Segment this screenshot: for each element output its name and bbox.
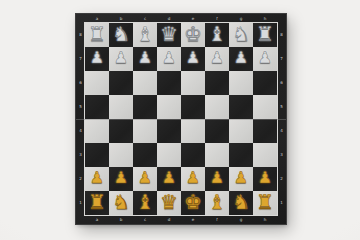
rank-label-right-2: 2 xyxy=(280,177,283,181)
piece-gold-rook-h1[interactable]: ♜ xyxy=(256,192,274,212)
piece-gold-queen-d1[interactable]: ♛ xyxy=(160,192,178,212)
square-h4[interactable] xyxy=(253,119,277,143)
square-c6[interactable] xyxy=(133,71,157,95)
piece-gold-pawn-d2[interactable]: ♟ xyxy=(162,170,176,186)
file-label-top-b: b xyxy=(120,17,123,21)
square-h3[interactable] xyxy=(253,143,277,167)
rank-label-right-7: 7 xyxy=(280,57,283,61)
square-f2[interactable]: ♟ xyxy=(205,167,229,191)
file-label-bottom-d: d xyxy=(168,218,171,222)
square-b7[interactable]: ♟ xyxy=(109,47,133,71)
rank-label-right-5: 5 xyxy=(280,105,283,109)
piece-silver-queen-d8[interactable]: ♛ xyxy=(160,24,178,44)
square-h2[interactable]: ♟ xyxy=(253,167,277,191)
board-fold-seam xyxy=(76,119,286,120)
square-g6[interactable] xyxy=(229,71,253,95)
square-e6[interactable] xyxy=(181,71,205,95)
square-f8[interactable]: ♝ xyxy=(205,23,229,47)
file-label-top-e: e xyxy=(192,17,194,21)
file-label-bottom-e: e xyxy=(192,218,194,222)
file-label-top-g: g xyxy=(240,17,243,21)
square-c4[interactable] xyxy=(133,119,157,143)
square-d5[interactable] xyxy=(157,95,181,119)
piece-gold-pawn-g2[interactable]: ♟ xyxy=(234,170,248,186)
rank-label-left-2: 2 xyxy=(79,177,82,181)
rank-label-left-6: 6 xyxy=(79,81,82,85)
file-label-bottom-b: b xyxy=(120,218,123,222)
square-b5[interactable] xyxy=(109,95,133,119)
piece-gold-pawn-a2[interactable]: ♟ xyxy=(90,170,104,186)
square-g4[interactable] xyxy=(229,119,253,143)
square-h7[interactable]: ♟ xyxy=(253,47,277,71)
piece-gold-bishop-f1[interactable]: ♝ xyxy=(208,192,226,212)
file-label-bottom-g: g xyxy=(240,218,243,222)
square-a2[interactable]: ♟ xyxy=(85,167,109,191)
square-e1[interactable]: ♚ xyxy=(181,191,205,215)
file-label-bottom-a: a xyxy=(96,218,98,222)
square-f1[interactable]: ♝ xyxy=(205,191,229,215)
rank-label-left-1: 1 xyxy=(79,201,82,205)
file-label-top-d: d xyxy=(168,17,171,21)
rank-label-left-7: 7 xyxy=(79,57,82,61)
square-d8[interactable]: ♛ xyxy=(157,23,181,47)
square-f5[interactable] xyxy=(205,95,229,119)
photo-background: ♜♞♝♛♚♝♞♜♟♟♟♟♟♟♟♟♟♟♟♟♟♟♟♟♜♞♝♛♚♝♞♜ aabbccd… xyxy=(0,0,360,240)
file-label-bottom-f: f xyxy=(216,218,217,222)
square-h6[interactable] xyxy=(253,71,277,95)
square-a1[interactable]: ♜ xyxy=(85,191,109,215)
square-a6[interactable] xyxy=(85,71,109,95)
square-h1[interactable]: ♜ xyxy=(253,191,277,215)
square-d6[interactable] xyxy=(157,71,181,95)
square-b2[interactable]: ♟ xyxy=(109,167,133,191)
square-e8[interactable]: ♚ xyxy=(181,23,205,47)
piece-silver-knight-g8[interactable]: ♞ xyxy=(232,24,250,44)
square-f6[interactable] xyxy=(205,71,229,95)
piece-silver-bishop-c8[interactable]: ♝ xyxy=(136,24,154,44)
square-a8[interactable]: ♜ xyxy=(85,23,109,47)
piece-gold-knight-g1[interactable]: ♞ xyxy=(232,192,250,212)
square-d1[interactable]: ♛ xyxy=(157,191,181,215)
square-d7[interactable]: ♟ xyxy=(157,47,181,71)
square-b8[interactable]: ♞ xyxy=(109,23,133,47)
piece-gold-pawn-e2[interactable]: ♟ xyxy=(186,170,200,186)
rank-label-right-3: 3 xyxy=(280,153,283,157)
file-label-top-c: c xyxy=(144,17,146,21)
square-c3[interactable] xyxy=(133,143,157,167)
square-f4[interactable] xyxy=(205,119,229,143)
square-e4[interactable] xyxy=(181,119,205,143)
piece-silver-rook-a8[interactable]: ♜ xyxy=(88,24,106,44)
square-g1[interactable]: ♞ xyxy=(229,191,253,215)
piece-gold-pawn-c2[interactable]: ♟ xyxy=(138,170,152,186)
rank-label-left-8: 8 xyxy=(79,33,82,37)
square-b4[interactable] xyxy=(109,119,133,143)
square-h5[interactable] xyxy=(253,95,277,119)
piece-gold-knight-b1[interactable]: ♞ xyxy=(112,192,130,212)
piece-gold-pawn-f2[interactable]: ♟ xyxy=(210,170,224,186)
piece-silver-pawn-a7[interactable]: ♟ xyxy=(90,50,104,66)
square-d4[interactable] xyxy=(157,119,181,143)
square-b3[interactable] xyxy=(109,143,133,167)
square-f7[interactable]: ♟ xyxy=(205,47,229,71)
square-e5[interactable] xyxy=(181,95,205,119)
square-b1[interactable]: ♞ xyxy=(109,191,133,215)
piece-silver-knight-b8[interactable]: ♞ xyxy=(112,24,130,44)
file-label-top-f: f xyxy=(216,17,217,21)
square-c8[interactable]: ♝ xyxy=(133,23,157,47)
rank-label-left-3: 3 xyxy=(79,153,82,157)
rank-label-right-6: 6 xyxy=(280,81,283,85)
square-e2[interactable]: ♟ xyxy=(181,167,205,191)
rank-label-right-1: 1 xyxy=(280,201,283,205)
file-label-top-h: h xyxy=(264,17,267,21)
square-e7[interactable]: ♟ xyxy=(181,47,205,71)
piece-silver-pawn-g7[interactable]: ♟ xyxy=(234,50,248,66)
file-label-top-a: a xyxy=(96,17,98,21)
square-c7[interactable]: ♟ xyxy=(133,47,157,71)
piece-silver-pawn-d7[interactable]: ♟ xyxy=(162,50,176,66)
piece-gold-rook-a1[interactable]: ♜ xyxy=(88,192,106,212)
chess-board: ♜♞♝♛♚♝♞♜♟♟♟♟♟♟♟♟♟♟♟♟♟♟♟♟♜♞♝♛♚♝♞♜ aabbccd… xyxy=(76,14,286,224)
square-c5[interactable] xyxy=(133,95,157,119)
square-g5[interactable] xyxy=(229,95,253,119)
rank-label-left-5: 5 xyxy=(79,105,82,109)
square-g3[interactable] xyxy=(229,143,253,167)
piece-silver-pawn-e7[interactable]: ♟ xyxy=(186,50,200,66)
piece-silver-bishop-f8[interactable]: ♝ xyxy=(208,24,226,44)
square-a5[interactable] xyxy=(85,95,109,119)
rank-label-right-8: 8 xyxy=(280,33,283,37)
square-f3[interactable] xyxy=(205,143,229,167)
piece-gold-bishop-c1[interactable]: ♝ xyxy=(136,192,154,212)
piece-silver-rook-h8[interactable]: ♜ xyxy=(256,24,274,44)
square-b6[interactable] xyxy=(109,71,133,95)
piece-silver-pawn-f7[interactable]: ♟ xyxy=(210,50,224,66)
square-h8[interactable]: ♜ xyxy=(253,23,277,47)
square-d2[interactable]: ♟ xyxy=(157,167,181,191)
piece-gold-pawn-h2[interactable]: ♟ xyxy=(258,170,272,186)
piece-silver-king-e8[interactable]: ♚ xyxy=(184,24,202,44)
piece-gold-pawn-b2[interactable]: ♟ xyxy=(114,170,128,186)
square-a4[interactable] xyxy=(85,119,109,143)
piece-silver-pawn-c7[interactable]: ♟ xyxy=(138,50,152,66)
piece-gold-king-e1[interactable]: ♚ xyxy=(184,192,202,212)
piece-silver-pawn-b7[interactable]: ♟ xyxy=(114,50,128,66)
rank-label-left-4: 4 xyxy=(79,129,82,133)
square-g2[interactable]: ♟ xyxy=(229,167,253,191)
square-a3[interactable] xyxy=(85,143,109,167)
piece-silver-pawn-h7[interactable]: ♟ xyxy=(258,50,272,66)
rank-label-right-4: 4 xyxy=(280,129,283,133)
square-c1[interactable]: ♝ xyxy=(133,191,157,215)
square-e3[interactable] xyxy=(181,143,205,167)
square-c2[interactable]: ♟ xyxy=(133,167,157,191)
square-a7[interactable]: ♟ xyxy=(85,47,109,71)
square-g7[interactable]: ♟ xyxy=(229,47,253,71)
square-g8[interactable]: ♞ xyxy=(229,23,253,47)
file-label-bottom-c: c xyxy=(144,218,146,222)
file-label-bottom-h: h xyxy=(264,218,267,222)
square-d3[interactable] xyxy=(157,143,181,167)
